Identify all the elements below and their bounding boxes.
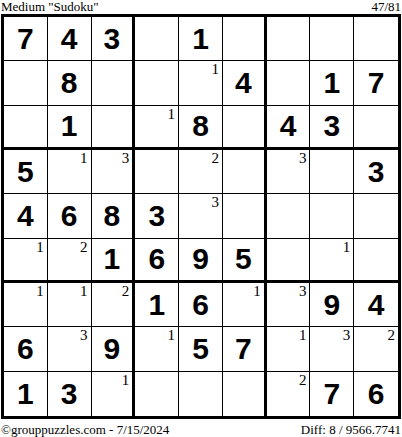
cell-counter: 47/81 <box>371 0 402 13</box>
cell-r9c3[interactable]: 1 <box>92 372 136 416</box>
cell-r7c3[interactable]: 2 <box>92 283 136 327</box>
cell-r7c6[interactable]: 1 <box>223 283 267 327</box>
candidate-digit: 2 <box>388 327 396 343</box>
given-digit: 1 <box>148 290 165 320</box>
cell-r7c5[interactable]: 6 <box>179 283 223 327</box>
candidate-digit: 1 <box>36 239 44 255</box>
given-digit: 4 <box>280 111 297 141</box>
cell-r3c7[interactable]: 4 <box>267 106 311 150</box>
given-digit: 5 <box>17 157 34 187</box>
cell-r9c9[interactable]: 6 <box>354 372 398 416</box>
page-header: Medium "Sudoku" 47/81 <box>0 0 402 14</box>
cell-r1c5[interactable]: 1 <box>179 17 223 61</box>
candidate-digit: 1 <box>343 239 351 255</box>
candidate-digit: 2 <box>122 283 130 299</box>
candidate-digit: 2 <box>299 372 307 388</box>
page-footer: ©grouppuzzles.com - 7/15/2024 Diff: 8 / … <box>0 420 402 437</box>
given-digit: 4 <box>368 290 385 320</box>
cell-r5c5[interactable]: 3 <box>179 194 223 238</box>
given-digit: 1 <box>61 111 78 141</box>
candidate-digit: 3 <box>80 327 88 343</box>
cell-r4c9[interactable]: 3 <box>354 150 398 194</box>
cell-r5c1[interactable]: 4 <box>4 194 48 238</box>
candidate-digit: 1 <box>80 283 88 299</box>
given-digit: 8 <box>104 201 121 231</box>
given-digit: 3 <box>104 24 121 54</box>
candidate-digit: 3 <box>122 150 130 166</box>
given-digit: 3 <box>323 111 340 141</box>
candidate-digit: 1 <box>253 283 261 299</box>
cell-r3c3[interactable] <box>92 106 136 150</box>
cell-r2c2[interactable]: 8 <box>48 61 92 105</box>
cell-r4c1[interactable]: 5 <box>4 150 48 194</box>
cell-r3c2[interactable]: 1 <box>48 106 92 150</box>
cell-r5c3[interactable]: 8 <box>92 194 136 238</box>
sudoku-grid: 7431814171184351323346833121695111216139… <box>1 14 401 419</box>
cell-r3c1[interactable] <box>4 106 48 150</box>
given-digit: 3 <box>148 201 165 231</box>
cell-r3c5[interactable]: 8 <box>179 106 223 150</box>
cell-r7c8[interactable]: 9 <box>310 283 354 327</box>
cell-r2c4[interactable] <box>135 61 179 105</box>
cell-r6c1[interactable]: 1 <box>4 239 48 283</box>
cell-r4c8[interactable] <box>310 150 354 194</box>
cell-r4c2[interactable]: 1 <box>48 150 92 194</box>
cell-r2c5[interactable]: 1 <box>179 61 223 105</box>
cell-r3c4[interactable]: 1 <box>135 106 179 150</box>
given-digit: 8 <box>192 111 209 141</box>
given-digit: 6 <box>368 379 385 409</box>
cell-r8c3[interactable]: 9 <box>92 327 136 371</box>
cell-r4c4[interactable] <box>135 150 179 194</box>
cell-r3c6[interactable] <box>223 106 267 150</box>
given-digit: 6 <box>17 334 34 364</box>
cell-r8c9[interactable]: 2 <box>354 327 398 371</box>
given-digit: 7 <box>323 379 340 409</box>
cell-r9c8[interactable]: 7 <box>310 372 354 416</box>
candidate-digit: 1 <box>168 106 176 122</box>
given-digit: 7 <box>235 334 252 364</box>
given-digit: 3 <box>368 157 385 187</box>
cell-r8c1[interactable]: 6 <box>4 327 48 371</box>
given-digit: 4 <box>235 68 252 98</box>
given-digit: 7 <box>368 68 385 98</box>
cell-r6c5[interactable]: 9 <box>179 239 223 283</box>
candidate-digit: 3 <box>299 150 307 166</box>
cell-r4c3[interactable]: 3 <box>92 150 136 194</box>
cell-r5c9[interactable] <box>354 194 398 238</box>
cell-r1c9[interactable] <box>354 17 398 61</box>
cell-r7c7[interactable]: 3 <box>267 283 311 327</box>
cell-r2c6[interactable]: 4 <box>223 61 267 105</box>
cell-r9c6[interactable] <box>223 372 267 416</box>
page-title: Medium "Sudoku" <box>0 0 99 13</box>
cell-r7c1[interactable]: 1 <box>4 283 48 327</box>
cell-r8c4[interactable]: 1 <box>135 327 179 371</box>
cell-r8c6[interactable]: 7 <box>223 327 267 371</box>
cell-r1c7[interactable] <box>267 17 311 61</box>
cell-r2c1[interactable] <box>4 61 48 105</box>
given-digit: 1 <box>104 244 121 274</box>
given-digit: 3 <box>61 379 78 409</box>
cell-r1c8[interactable] <box>310 17 354 61</box>
candidate-digit: 1 <box>211 61 219 77</box>
candidate-digit: 1 <box>168 327 176 343</box>
cell-r9c2[interactable]: 3 <box>48 372 92 416</box>
given-digit: 6 <box>61 201 78 231</box>
cell-r3c9[interactable] <box>354 106 398 150</box>
cell-r6c8[interactable]: 1 <box>310 239 354 283</box>
cell-r3c8[interactable]: 3 <box>310 106 354 150</box>
given-digit: 8 <box>61 68 78 98</box>
given-digit: 1 <box>323 68 340 98</box>
candidate-digit: 3 <box>299 283 307 299</box>
given-digit: 9 <box>104 334 121 364</box>
given-digit: 6 <box>148 244 165 274</box>
cell-r6c7[interactable] <box>267 239 311 283</box>
candidate-digit: 1 <box>122 372 130 388</box>
candidate-digit: 2 <box>80 239 88 255</box>
candidate-digit: 1 <box>36 283 44 299</box>
cell-r9c1[interactable]: 1 <box>4 372 48 416</box>
cell-r8c8[interactable]: 3 <box>310 327 354 371</box>
cell-r1c2[interactable]: 4 <box>48 17 92 61</box>
cell-r1c4[interactable] <box>135 17 179 61</box>
copyright-text: ©grouppuzzles.com - 7/15/2024 <box>0 422 169 437</box>
cell-r8c7[interactable]: 1 <box>267 327 311 371</box>
given-digit: 4 <box>17 201 34 231</box>
cell-r4c6[interactable] <box>223 150 267 194</box>
cell-r5c8[interactable] <box>310 194 354 238</box>
cell-r7c9[interactable]: 4 <box>354 283 398 327</box>
cell-r2c9[interactable]: 7 <box>354 61 398 105</box>
cell-r6c9[interactable] <box>354 239 398 283</box>
cell-r9c7[interactable]: 2 <box>267 372 311 416</box>
cell-r2c8[interactable]: 1 <box>310 61 354 105</box>
cell-r7c4[interactable]: 1 <box>135 283 179 327</box>
cell-r9c5[interactable] <box>179 372 223 416</box>
cell-r2c7[interactable] <box>267 61 311 105</box>
cell-r5c6[interactable] <box>223 194 267 238</box>
given-digit: 1 <box>192 24 209 54</box>
cell-r9c4[interactable] <box>135 372 179 416</box>
cell-r8c5[interactable]: 5 <box>179 327 223 371</box>
cell-r8c2[interactable]: 3 <box>48 327 92 371</box>
cell-r6c6[interactable]: 5 <box>223 239 267 283</box>
candidate-digit: 1 <box>80 150 88 166</box>
candidate-digit: 1 <box>299 327 307 343</box>
cell-r6c3[interactable]: 1 <box>92 239 136 283</box>
given-digit: 7 <box>17 24 34 54</box>
cell-r6c2[interactable]: 2 <box>48 239 92 283</box>
cell-r5c2[interactable]: 6 <box>48 194 92 238</box>
given-digit: 4 <box>61 24 78 54</box>
cell-r1c6[interactable] <box>223 17 267 61</box>
candidate-digit: 2 <box>211 150 219 166</box>
cell-r4c7[interactable]: 3 <box>267 150 311 194</box>
difficulty-text: Diff: 8 / 9566.7741 <box>301 422 402 437</box>
cell-r1c3[interactable]: 3 <box>92 17 136 61</box>
cell-r5c4[interactable]: 3 <box>135 194 179 238</box>
given-digit: 5 <box>235 244 252 274</box>
given-digit: 1 <box>17 379 34 409</box>
cell-r2c3[interactable] <box>92 61 136 105</box>
cell-r6c4[interactable]: 6 <box>135 239 179 283</box>
given-digit: 9 <box>323 290 340 320</box>
cell-r1c1[interactable]: 7 <box>4 17 48 61</box>
given-digit: 6 <box>192 290 209 320</box>
given-digit: 9 <box>192 244 209 274</box>
given-digit: 5 <box>192 334 209 364</box>
cell-r5c7[interactable] <box>267 194 311 238</box>
cell-r4c5[interactable]: 2 <box>179 150 223 194</box>
candidate-digit: 3 <box>211 194 219 210</box>
cell-r7c2[interactable]: 1 <box>48 283 92 327</box>
candidate-digit: 3 <box>343 327 351 343</box>
